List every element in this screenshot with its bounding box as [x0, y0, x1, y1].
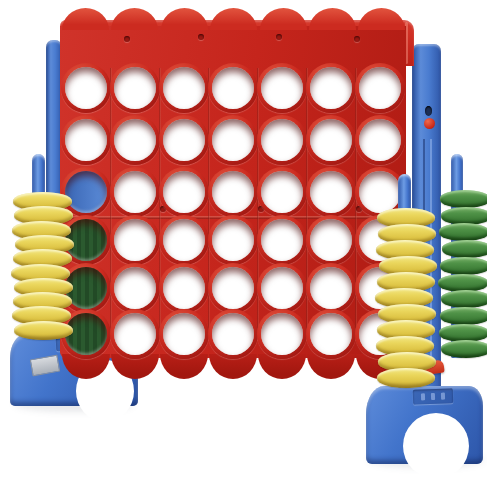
hole-opening	[310, 267, 352, 309]
disc-stack-right-rear	[440, 154, 487, 358]
disc-green	[439, 223, 487, 241]
top-scallop	[210, 8, 257, 30]
disc-green	[440, 190, 487, 208]
hole-opening	[261, 219, 303, 261]
board-hole-r5c2	[110, 263, 160, 313]
giant-connect-four-photo	[0, 0, 487, 480]
hole-opening	[163, 67, 205, 109]
board-hole-r4c3	[159, 215, 209, 265]
disc-green	[441, 290, 487, 308]
board-hole-r3c6	[306, 167, 356, 217]
molded-dimple	[354, 36, 360, 42]
board-hole-r5c5	[257, 263, 307, 313]
right-foot-arch-cutout	[403, 413, 469, 479]
disc-green	[441, 340, 487, 358]
board-hole-r6c4	[208, 309, 258, 359]
board-hole-r5c4	[208, 263, 258, 313]
board-hole-r1c3	[159, 63, 209, 113]
hole-opening	[310, 313, 352, 355]
top-scallop	[111, 8, 158, 30]
board-hole-r3c3	[159, 167, 209, 217]
board-hole-r3c5	[257, 167, 307, 217]
hole-opening	[261, 67, 303, 109]
connect-four-board	[60, 6, 414, 384]
hole-opening	[212, 119, 254, 161]
disc-stack-left-front	[13, 154, 72, 340]
hole-opening	[65, 67, 107, 109]
board-hole-r6c3	[159, 309, 209, 359]
hole-opening	[114, 219, 156, 261]
board-hole-r2c6	[306, 115, 356, 165]
hole-opening	[163, 267, 205, 309]
top-scallop	[161, 8, 208, 30]
hole-opening	[114, 119, 156, 161]
board-hole-r4c6	[306, 215, 356, 265]
board-hole-r2c5	[257, 115, 307, 165]
board-hole-r6c6	[306, 309, 356, 359]
hole-opening	[114, 67, 156, 109]
hole-opening	[261, 119, 303, 161]
hole-opening	[359, 67, 401, 109]
top-scallop	[309, 8, 356, 30]
board-hole-r2c7	[355, 115, 405, 165]
top-scallop	[260, 8, 307, 30]
disc-green	[441, 207, 487, 225]
board-hole-r2c4	[208, 115, 258, 165]
disc-yellow	[377, 368, 435, 388]
hole-opening	[163, 313, 205, 355]
board-hole-r4c2	[110, 215, 160, 265]
board-hole-r1c5	[257, 63, 307, 113]
hole-opening	[359, 119, 401, 161]
board-hole-r2c2	[110, 115, 160, 165]
hole-opening	[212, 313, 254, 355]
hole-opening	[261, 267, 303, 309]
hole-opening	[114, 171, 156, 213]
right-foot-base	[366, 386, 483, 464]
top-scallop	[358, 8, 405, 30]
hole-opening	[261, 171, 303, 213]
hole-opening	[163, 119, 205, 161]
board-hole-r2c3	[159, 115, 209, 165]
board-hole-r3c4	[208, 167, 258, 217]
disc-stack-right-front	[377, 174, 435, 388]
hole-opening	[163, 219, 205, 261]
board-hole-r4c4	[208, 215, 258, 265]
hole-opening	[212, 267, 254, 309]
disc-green	[438, 274, 487, 292]
hole-opening	[261, 313, 303, 355]
hole-opening	[310, 119, 352, 161]
hole-opening	[212, 67, 254, 109]
molded-dimple	[276, 34, 282, 40]
board-hole-r1c7	[355, 63, 405, 113]
hole-opening	[310, 67, 352, 109]
board-hole-r5c3	[159, 263, 209, 313]
board-hole-r6c5	[257, 309, 307, 359]
board-hole-r1c4	[208, 63, 258, 113]
hole-opening	[114, 313, 156, 355]
board-hole-r5c6	[306, 263, 356, 313]
top-scallop	[62, 8, 109, 30]
board-hole-r1c6	[306, 63, 356, 113]
right-foot-embossed-logo	[413, 388, 453, 404]
disc-green	[439, 324, 487, 342]
hole-opening	[114, 267, 156, 309]
board-hole-r1c1	[61, 63, 111, 113]
hole-opening	[163, 171, 205, 213]
disc-green	[440, 307, 487, 325]
hole-opening	[310, 219, 352, 261]
hole-opening	[310, 171, 352, 213]
disc-green	[440, 257, 487, 275]
board-hole-r4c5	[257, 215, 307, 265]
disc-yellow	[14, 321, 73, 340]
board-hole-r1c2	[110, 63, 160, 113]
molded-dimple	[198, 34, 204, 40]
board-hole-r3c2	[110, 167, 160, 217]
board-hole-r6c2	[110, 309, 160, 359]
leg-peg-hole	[425, 106, 432, 116]
molded-dimple	[124, 36, 130, 42]
hole-opening	[212, 219, 254, 261]
disc-green	[442, 240, 487, 258]
release-button	[424, 118, 435, 129]
hole-opening	[212, 171, 254, 213]
